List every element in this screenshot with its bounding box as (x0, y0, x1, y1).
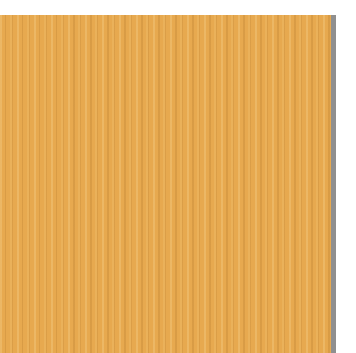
goban (0, 15, 331, 353)
go-diagram (0, 0, 356, 353)
column-labels (0, 0, 356, 15)
row-labels (336, 0, 356, 353)
goban-grid (0, 18, 330, 353)
